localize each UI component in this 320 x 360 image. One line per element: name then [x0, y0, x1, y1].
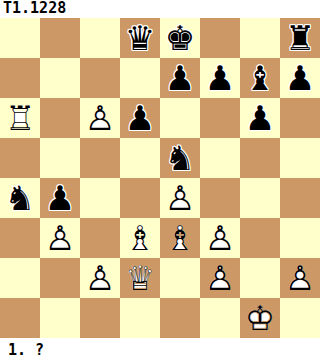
black-knight: ♞	[160, 138, 200, 178]
black-pawn: ♟	[200, 58, 240, 98]
square-b8[interactable]	[40, 18, 80, 58]
square-f1[interactable]	[200, 298, 240, 338]
square-d1[interactable]	[120, 298, 160, 338]
white-bishop: ♝♗	[120, 218, 160, 258]
square-b5[interactable]	[40, 138, 80, 178]
piece-glyph-layer: ♛	[120, 18, 160, 58]
square-a2[interactable]	[0, 258, 40, 298]
black-rook: ♜	[280, 18, 320, 58]
white-pawn: ♟♙	[280, 258, 320, 298]
square-c2[interactable]: ♟♙	[80, 258, 120, 298]
square-c4[interactable]	[80, 178, 120, 218]
square-b7[interactable]	[40, 58, 80, 98]
square-b4[interactable]: ♟	[40, 178, 80, 218]
white-king: ♚♔	[240, 298, 280, 338]
white-rook: ♜♖	[0, 98, 40, 138]
square-g5[interactable]	[240, 138, 280, 178]
white-pawn: ♟♙	[80, 258, 120, 298]
white-pawn: ♟♙	[200, 258, 240, 298]
square-b6[interactable]	[40, 98, 80, 138]
square-a4[interactable]: ♞	[0, 178, 40, 218]
black-pawn: ♟	[160, 58, 200, 98]
square-c7[interactable]	[80, 58, 120, 98]
move-prompt: 1. ?	[0, 338, 320, 360]
square-d3[interactable]: ♝♗	[120, 218, 160, 258]
piece-outline-layer: ♙	[160, 178, 200, 218]
piece-outline-layer: ♙	[80, 258, 120, 298]
piece-outline-layer: ♗	[160, 218, 200, 258]
square-d7[interactable]	[120, 58, 160, 98]
square-a1[interactable]	[0, 298, 40, 338]
square-a7[interactable]	[0, 58, 40, 98]
white-pawn: ♟♙	[160, 178, 200, 218]
puzzle-title: T1.1228	[0, 0, 320, 18]
square-h5[interactable]	[280, 138, 320, 178]
square-f8[interactable]	[200, 18, 240, 58]
square-g7[interactable]: ♝	[240, 58, 280, 98]
chess-board: ♛♚♜♟♟♝♟♜♖♟♙♟♟♞♞♟♟♙♟♙♝♗♝♗♟♙♟♙♛♕♟♙♟♙♚♔	[0, 18, 320, 338]
square-b2[interactable]	[40, 258, 80, 298]
piece-glyph-layer: ♟	[280, 58, 320, 98]
square-a6[interactable]: ♜♖	[0, 98, 40, 138]
piece-outline-layer: ♙	[280, 258, 320, 298]
black-king: ♚	[160, 18, 200, 58]
square-d2[interactable]: ♛♕	[120, 258, 160, 298]
piece-outline-layer: ♙	[200, 258, 240, 298]
square-c8[interactable]	[80, 18, 120, 58]
square-e4[interactable]: ♟♙	[160, 178, 200, 218]
piece-glyph-layer: ♟	[160, 58, 200, 98]
piece-glyph-layer: ♟	[120, 98, 160, 138]
piece-outline-layer: ♖	[0, 98, 40, 138]
piece-glyph-layer: ♜	[280, 18, 320, 58]
piece-glyph-layer: ♟	[200, 58, 240, 98]
square-e2[interactable]	[160, 258, 200, 298]
piece-outline-layer: ♙	[200, 218, 240, 258]
piece-glyph-layer: ♟	[40, 178, 80, 218]
square-e7[interactable]: ♟	[160, 58, 200, 98]
square-e1[interactable]	[160, 298, 200, 338]
piece-outline-layer: ♙	[80, 98, 120, 138]
piece-glyph-layer: ♝	[240, 58, 280, 98]
square-c5[interactable]	[80, 138, 120, 178]
chess-puzzle-window: T1.1228 ♛♚♜♟♟♝♟♜♖♟♙♟♟♞♞♟♟♙♟♙♝♗♝♗♟♙♟♙♛♕♟♙…	[0, 0, 320, 360]
square-f4[interactable]	[200, 178, 240, 218]
square-g8[interactable]	[240, 18, 280, 58]
square-a5[interactable]	[0, 138, 40, 178]
square-f6[interactable]	[200, 98, 240, 138]
square-c6[interactable]: ♟♙	[80, 98, 120, 138]
square-g6[interactable]: ♟	[240, 98, 280, 138]
square-f3[interactable]: ♟♙	[200, 218, 240, 258]
black-knight: ♞	[0, 178, 40, 218]
square-b1[interactable]	[40, 298, 80, 338]
square-b3[interactable]: ♟♙	[40, 218, 80, 258]
square-d8[interactable]: ♛	[120, 18, 160, 58]
square-c1[interactable]	[80, 298, 120, 338]
square-h1[interactable]	[280, 298, 320, 338]
black-pawn: ♟	[120, 98, 160, 138]
piece-outline-layer: ♙	[40, 218, 80, 258]
square-c3[interactable]	[80, 218, 120, 258]
black-pawn: ♟	[280, 58, 320, 98]
square-h2[interactable]: ♟♙	[280, 258, 320, 298]
square-h8[interactable]: ♜	[280, 18, 320, 58]
square-d5[interactable]	[120, 138, 160, 178]
square-a3[interactable]	[0, 218, 40, 258]
square-a8[interactable]	[0, 18, 40, 58]
piece-glyph-layer: ♞	[0, 178, 40, 218]
piece-outline-layer: ♗	[120, 218, 160, 258]
black-pawn: ♟	[240, 98, 280, 138]
square-f2[interactable]: ♟♙	[200, 258, 240, 298]
piece-glyph-layer: ♞	[160, 138, 200, 178]
square-h3[interactable]	[280, 218, 320, 258]
square-f5[interactable]	[200, 138, 240, 178]
square-e8[interactable]: ♚	[160, 18, 200, 58]
square-h4[interactable]	[280, 178, 320, 218]
white-pawn: ♟♙	[80, 98, 120, 138]
square-g2[interactable]	[240, 258, 280, 298]
black-queen: ♛	[120, 18, 160, 58]
white-queen: ♛♕	[120, 258, 160, 298]
square-g3[interactable]	[240, 218, 280, 258]
square-e5[interactable]: ♞	[160, 138, 200, 178]
square-g4[interactable]	[240, 178, 280, 218]
square-d4[interactable]	[120, 178, 160, 218]
black-bishop: ♝	[240, 58, 280, 98]
white-pawn: ♟♙	[200, 218, 240, 258]
piece-outline-layer: ♕	[120, 258, 160, 298]
square-h6[interactable]	[280, 98, 320, 138]
square-e3[interactable]: ♝♗	[160, 218, 200, 258]
black-pawn: ♟	[40, 178, 80, 218]
piece-outline-layer: ♔	[240, 298, 280, 338]
piece-glyph-layer: ♟	[240, 98, 280, 138]
square-h7[interactable]: ♟	[280, 58, 320, 98]
square-f7[interactable]: ♟	[200, 58, 240, 98]
white-bishop: ♝♗	[160, 218, 200, 258]
square-g1[interactable]: ♚♔	[240, 298, 280, 338]
square-e6[interactable]	[160, 98, 200, 138]
white-pawn: ♟♙	[40, 218, 80, 258]
piece-glyph-layer: ♚	[160, 18, 200, 58]
square-d6[interactable]: ♟	[120, 98, 160, 138]
